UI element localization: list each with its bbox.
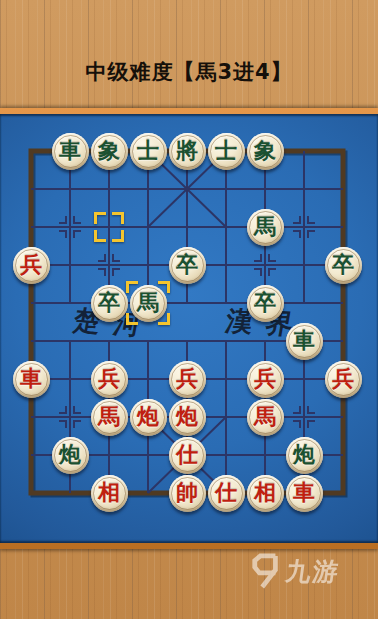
board-frame: 楚河 漢界 車象士將士象馬兵卒卒卒馬卒車車兵兵兵兵馬炮炮馬炮仕炮相帥仕相車 (0, 108, 378, 549)
piece-black-advisor[interactable]: 士 (129, 132, 168, 170)
piece-black-elephant[interactable]: 象 (246, 132, 285, 170)
pieces-grid[interactable]: 車象士將士象馬兵卒卒卒馬卒車車兵兵兵兵馬炮炮馬炮仕炮相帥仕相車 (12, 132, 363, 512)
jiuyou-9-logo-icon (250, 551, 282, 591)
piece-black-chariot[interactable]: 車 (285, 322, 324, 360)
watermark-text: 九游 (284, 555, 343, 588)
piece-red-horse[interactable]: 馬 (246, 398, 285, 436)
piece-red-general[interactable]: 帥 (168, 474, 207, 512)
piece-red-advisor[interactable]: 仕 (168, 436, 207, 474)
piece-red-chariot[interactable]: 車 (285, 474, 324, 512)
piece-black-soldier[interactable]: 卒 (168, 246, 207, 284)
piece-black-soldier[interactable]: 卒 (90, 284, 129, 322)
piece-red-soldier[interactable]: 兵 (246, 360, 285, 398)
piece-red-elephant[interactable]: 相 (90, 474, 129, 512)
piece-black-advisor[interactable]: 士 (207, 132, 246, 170)
puzzle-title: 中级难度【馬3进4】 (0, 58, 378, 86)
xiangqi-board[interactable]: 楚河 漢界 車象士將士象馬兵卒卒卒馬卒車車兵兵兵兵馬炮炮馬炮仕炮相帥仕相車 (0, 114, 378, 543)
piece-black-cannon[interactable]: 炮 (51, 436, 90, 474)
app-screen: 中级难度【馬3进4】 楚河 漢界 車象士將士象馬 (0, 0, 378, 619)
piece-black-general[interactable]: 將 (168, 132, 207, 170)
piece-black-cannon[interactable]: 炮 (285, 436, 324, 474)
piece-red-elephant[interactable]: 相 (246, 474, 285, 512)
piece-black-soldier[interactable]: 卒 (246, 284, 285, 322)
piece-black-horse[interactable]: 馬 (129, 284, 168, 322)
piece-red-soldier[interactable]: 兵 (90, 360, 129, 398)
piece-black-elephant[interactable]: 象 (90, 132, 129, 170)
piece-red-cannon[interactable]: 炮 (129, 398, 168, 436)
piece-red-soldier[interactable]: 兵 (12, 246, 51, 284)
piece-red-horse[interactable]: 馬 (90, 398, 129, 436)
jiuyou-watermark: 九游 (250, 547, 360, 595)
piece-red-soldier[interactable]: 兵 (168, 360, 207, 398)
piece-black-chariot[interactable]: 車 (51, 132, 90, 170)
piece-red-cannon[interactable]: 炮 (168, 398, 207, 436)
piece-red-advisor[interactable]: 仕 (207, 474, 246, 512)
piece-red-chariot[interactable]: 車 (12, 360, 51, 398)
piece-black-horse[interactable]: 馬 (246, 208, 285, 246)
piece-black-soldier[interactable]: 卒 (324, 246, 363, 284)
piece-red-soldier[interactable]: 兵 (324, 360, 363, 398)
